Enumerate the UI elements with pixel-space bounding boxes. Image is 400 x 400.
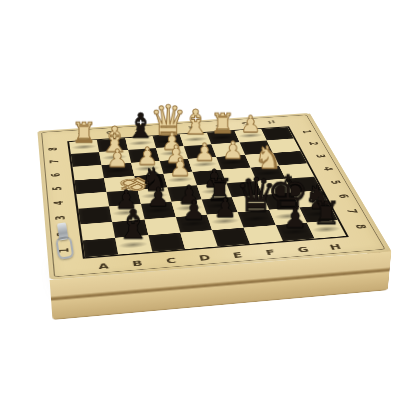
black-pawn-glyph: ♟ [283, 205, 307, 232]
square-d1 [180, 230, 218, 249]
white-rook-glyph: ♜ [72, 119, 97, 147]
coordinate-label: E [220, 251, 256, 262]
white-pawn-glyph: ♟ [107, 146, 129, 170]
product-photo-scene: ABCDEFGH ABCDEFGH 87654321 12345678 ♜♝♛♝… [0, 0, 400, 400]
coordinate-label: 4 [43, 198, 75, 207]
white-pawn-glyph: ♟ [240, 113, 260, 136]
board-grid: ♜♝♛♝♜♟♝♟♟♟♟♟♟♚♟♞♞♟♟♟♟♜♟♟♛♚♞♝♟♜ [69, 127, 346, 257]
chess-box: ABCDEFGH ABCDEFGH 87654321 12345678 ♜♝♛♝… [37, 113, 391, 280]
coordinate-label: 4 [312, 165, 344, 173]
white-rook-glyph: ♜ [211, 110, 236, 138]
coordinate-label: 8 [343, 222, 378, 232]
black-queen-glyph: ♛ [235, 171, 277, 218]
square-a1 [83, 238, 119, 258]
coordinate-label: 1 [292, 128, 322, 135]
white-pawn-glyph: ♟ [194, 140, 216, 164]
coordinate-label: D [187, 253, 223, 264]
black-pawn-glyph: ♟ [213, 195, 237, 221]
coordinate-label: F [253, 248, 289, 259]
black-rook-glyph: ♜ [312, 197, 341, 229]
coordinate-label: B [120, 259, 156, 270]
coordinate-label: H [257, 118, 286, 124]
coordinate-label: 5 [42, 184, 73, 193]
square-a5 [74, 178, 106, 194]
coordinate-label: A [86, 261, 121, 272]
black-pawn-glyph: ♟ [182, 197, 206, 223]
coordinate-label: H [318, 243, 354, 253]
coordinate-label: 3 [305, 152, 336, 160]
white-pawn-glyph: ♟ [222, 138, 243, 162]
coordinate-label: G [285, 245, 321, 256]
white-pawn-glyph: ♟ [169, 155, 191, 180]
coordinate-label: C [153, 256, 189, 267]
coordinate-label: 2 [298, 140, 328, 147]
coordinate-label: 6 [41, 171, 71, 179]
coordinate-label: 7 [40, 158, 70, 166]
clasp-loop-icon [55, 236, 74, 260]
black-bishop-glyph: ♝ [115, 204, 151, 244]
coordinate-label: 8 [39, 145, 68, 153]
square-c1 [148, 233, 185, 252]
